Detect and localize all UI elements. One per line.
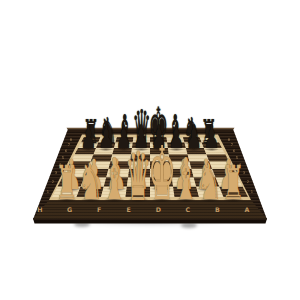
white-knight-glyph: ♞ [197,157,223,208]
white-rook-glyph: ♜ [55,160,78,207]
chess-set-photo: HGFEDCBA 12345678 12345678 ♜♞♝♛♚♝♞♜♟♟♟♟♟… [0,0,300,300]
white-bishop-glyph: ♝ [102,151,126,209]
white-rook-glyph: ♜ [222,160,245,207]
white-knight-glyph: ♞ [78,157,104,208]
white-bishop-glyph: ♝ [174,151,198,209]
white-king-glyph: ♚ [148,137,176,211]
pieces-layer: ♜♞♝♛♚♝♞♜♟♟♟♟♟♟♟♟♟♟♟♟♟♟♟♟♜♞♝♛♚♝♞♜ [0,0,300,300]
